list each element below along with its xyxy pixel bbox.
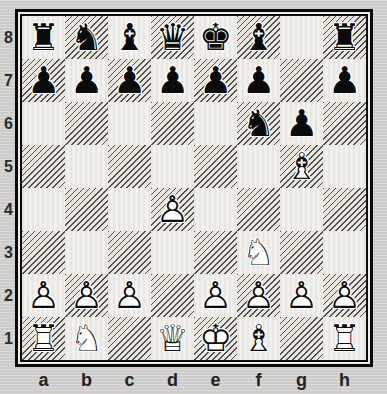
black-rook-piece: ♜♜ <box>22 16 65 59</box>
square-e8: ♚♚ <box>194 16 237 59</box>
white-pawn-piece: ♟♙ <box>65 274 108 317</box>
square-b5 <box>65 145 108 188</box>
square-e3 <box>194 231 237 274</box>
file-label-c: c <box>108 368 151 392</box>
square-f4 <box>237 188 280 231</box>
black-queen-piece: ♛♛ <box>151 16 194 59</box>
square-h4 <box>323 188 366 231</box>
white-king-piece: ♚♔ <box>194 317 237 360</box>
square-c8: ♝♝ <box>108 16 151 59</box>
rank-label-4: 4 <box>0 188 14 231</box>
square-h2: ♟♙ <box>323 274 366 317</box>
square-a2: ♟♙ <box>22 274 65 317</box>
square-e1: ♚♔ <box>194 317 237 360</box>
square-a7: ♟♟ <box>22 59 65 102</box>
square-g4 <box>280 188 323 231</box>
square-f5 <box>237 145 280 188</box>
square-f8: ♝♝ <box>237 16 280 59</box>
square-h8: ♜♜ <box>323 16 366 59</box>
white-rook-piece: ♜♖ <box>323 317 366 360</box>
square-g1 <box>280 317 323 360</box>
square-b7: ♟♟ <box>65 59 108 102</box>
rank-label-8: 8 <box>0 16 14 59</box>
square-c2: ♟♙ <box>108 274 151 317</box>
square-d4: ♟♙ <box>151 188 194 231</box>
square-c3 <box>108 231 151 274</box>
black-pawn-piece: ♟♟ <box>194 59 237 102</box>
square-h3 <box>323 231 366 274</box>
file-label-d: d <box>151 368 194 392</box>
file-label-b: b <box>65 368 108 392</box>
square-a5 <box>22 145 65 188</box>
square-a3 <box>22 231 65 274</box>
square-a8: ♜♜ <box>22 16 65 59</box>
square-b1: ♞♘ <box>65 317 108 360</box>
black-bishop-piece: ♝♝ <box>108 16 151 59</box>
square-a4 <box>22 188 65 231</box>
chess-board: ♜♜♞♞♝♝♛♛♚♚♝♝♜♜♟♟♟♟♟♟♟♟♟♟♟♟♟♟♞♞♟♟♝♗♟♙♞♘♟♙… <box>20 14 368 362</box>
file-label-a: a <box>22 368 65 392</box>
square-d2 <box>151 274 194 317</box>
square-f2: ♟♙ <box>237 274 280 317</box>
black-bishop-piece: ♝♝ <box>237 16 280 59</box>
black-knight-piece: ♞♞ <box>237 102 280 145</box>
square-h1: ♜♖ <box>323 317 366 360</box>
chess-diagram: 87654321 ♜♜♞♞♝♝♛♛♚♚♝♝♜♜♟♟♟♟♟♟♟♟♟♟♟♟♟♟♞♞♟… <box>0 0 387 394</box>
black-pawn-piece: ♟♟ <box>151 59 194 102</box>
square-d8: ♛♛ <box>151 16 194 59</box>
square-h5 <box>323 145 366 188</box>
square-f6: ♞♞ <box>237 102 280 145</box>
square-f1: ♝♗ <box>237 317 280 360</box>
square-c6 <box>108 102 151 145</box>
white-pawn-piece: ♟♙ <box>194 274 237 317</box>
rank-label-5: 5 <box>0 145 14 188</box>
file-label-f: f <box>237 368 280 392</box>
square-c7: ♟♟ <box>108 59 151 102</box>
square-b3 <box>65 231 108 274</box>
square-f3: ♞♘ <box>237 231 280 274</box>
black-pawn-piece: ♟♟ <box>323 59 366 102</box>
square-g6: ♟♟ <box>280 102 323 145</box>
square-e4 <box>194 188 237 231</box>
black-pawn-piece: ♟♟ <box>108 59 151 102</box>
square-d7: ♟♟ <box>151 59 194 102</box>
rank-label-1: 1 <box>0 317 14 360</box>
square-g3 <box>280 231 323 274</box>
white-pawn-piece: ♟♙ <box>280 274 323 317</box>
rank-label-7: 7 <box>0 59 14 102</box>
square-c1 <box>108 317 151 360</box>
board-frame: ♜♜♞♞♝♝♛♛♚♚♝♝♜♜♟♟♟♟♟♟♟♟♟♟♟♟♟♟♞♞♟♟♝♗♟♙♞♘♟♙… <box>15 9 373 367</box>
black-pawn-piece: ♟♟ <box>65 59 108 102</box>
square-e2: ♟♙ <box>194 274 237 317</box>
file-label-g: g <box>280 368 323 392</box>
square-a1: ♜♖ <box>22 317 65 360</box>
square-f7: ♟♟ <box>237 59 280 102</box>
square-d1: ♛♕ <box>151 317 194 360</box>
square-d5 <box>151 145 194 188</box>
white-pawn-piece: ♟♙ <box>323 274 366 317</box>
square-g8 <box>280 16 323 59</box>
white-bishop-piece: ♝♗ <box>280 145 323 188</box>
square-a6 <box>22 102 65 145</box>
square-d3 <box>151 231 194 274</box>
white-bishop-piece: ♝♗ <box>237 317 280 360</box>
square-c5 <box>108 145 151 188</box>
rank-label-6: 6 <box>0 102 14 145</box>
white-pawn-piece: ♟♙ <box>237 274 280 317</box>
square-h6 <box>323 102 366 145</box>
black-pawn-piece: ♟♟ <box>280 102 323 145</box>
rank-labels: 87654321 <box>0 16 14 360</box>
square-g7 <box>280 59 323 102</box>
black-knight-piece: ♞♞ <box>65 16 108 59</box>
black-pawn-piece: ♟♟ <box>22 59 65 102</box>
square-d6 <box>151 102 194 145</box>
rank-label-3: 3 <box>0 231 14 274</box>
rank-label-2: 2 <box>0 274 14 317</box>
white-knight-piece: ♞♘ <box>237 231 280 274</box>
white-pawn-piece: ♟♙ <box>151 188 194 231</box>
black-pawn-piece: ♟♟ <box>237 59 280 102</box>
square-g2: ♟♙ <box>280 274 323 317</box>
square-c4 <box>108 188 151 231</box>
square-b4 <box>65 188 108 231</box>
white-pawn-piece: ♟♙ <box>22 274 65 317</box>
square-e7: ♟♟ <box>194 59 237 102</box>
square-g5: ♝♗ <box>280 145 323 188</box>
square-e5 <box>194 145 237 188</box>
square-b8: ♞♞ <box>65 16 108 59</box>
square-b2: ♟♙ <box>65 274 108 317</box>
file-label-e: e <box>194 368 237 392</box>
white-queen-piece: ♛♕ <box>151 317 194 360</box>
white-rook-piece: ♜♖ <box>22 317 65 360</box>
white-pawn-piece: ♟♙ <box>108 274 151 317</box>
square-e6 <box>194 102 237 145</box>
black-rook-piece: ♜♜ <box>323 16 366 59</box>
file-labels: abcdefgh <box>22 368 366 392</box>
file-label-h: h <box>323 368 366 392</box>
square-b6 <box>65 102 108 145</box>
square-h7: ♟♟ <box>323 59 366 102</box>
white-knight-piece: ♞♘ <box>65 317 108 360</box>
black-king-piece: ♚♚ <box>194 16 237 59</box>
